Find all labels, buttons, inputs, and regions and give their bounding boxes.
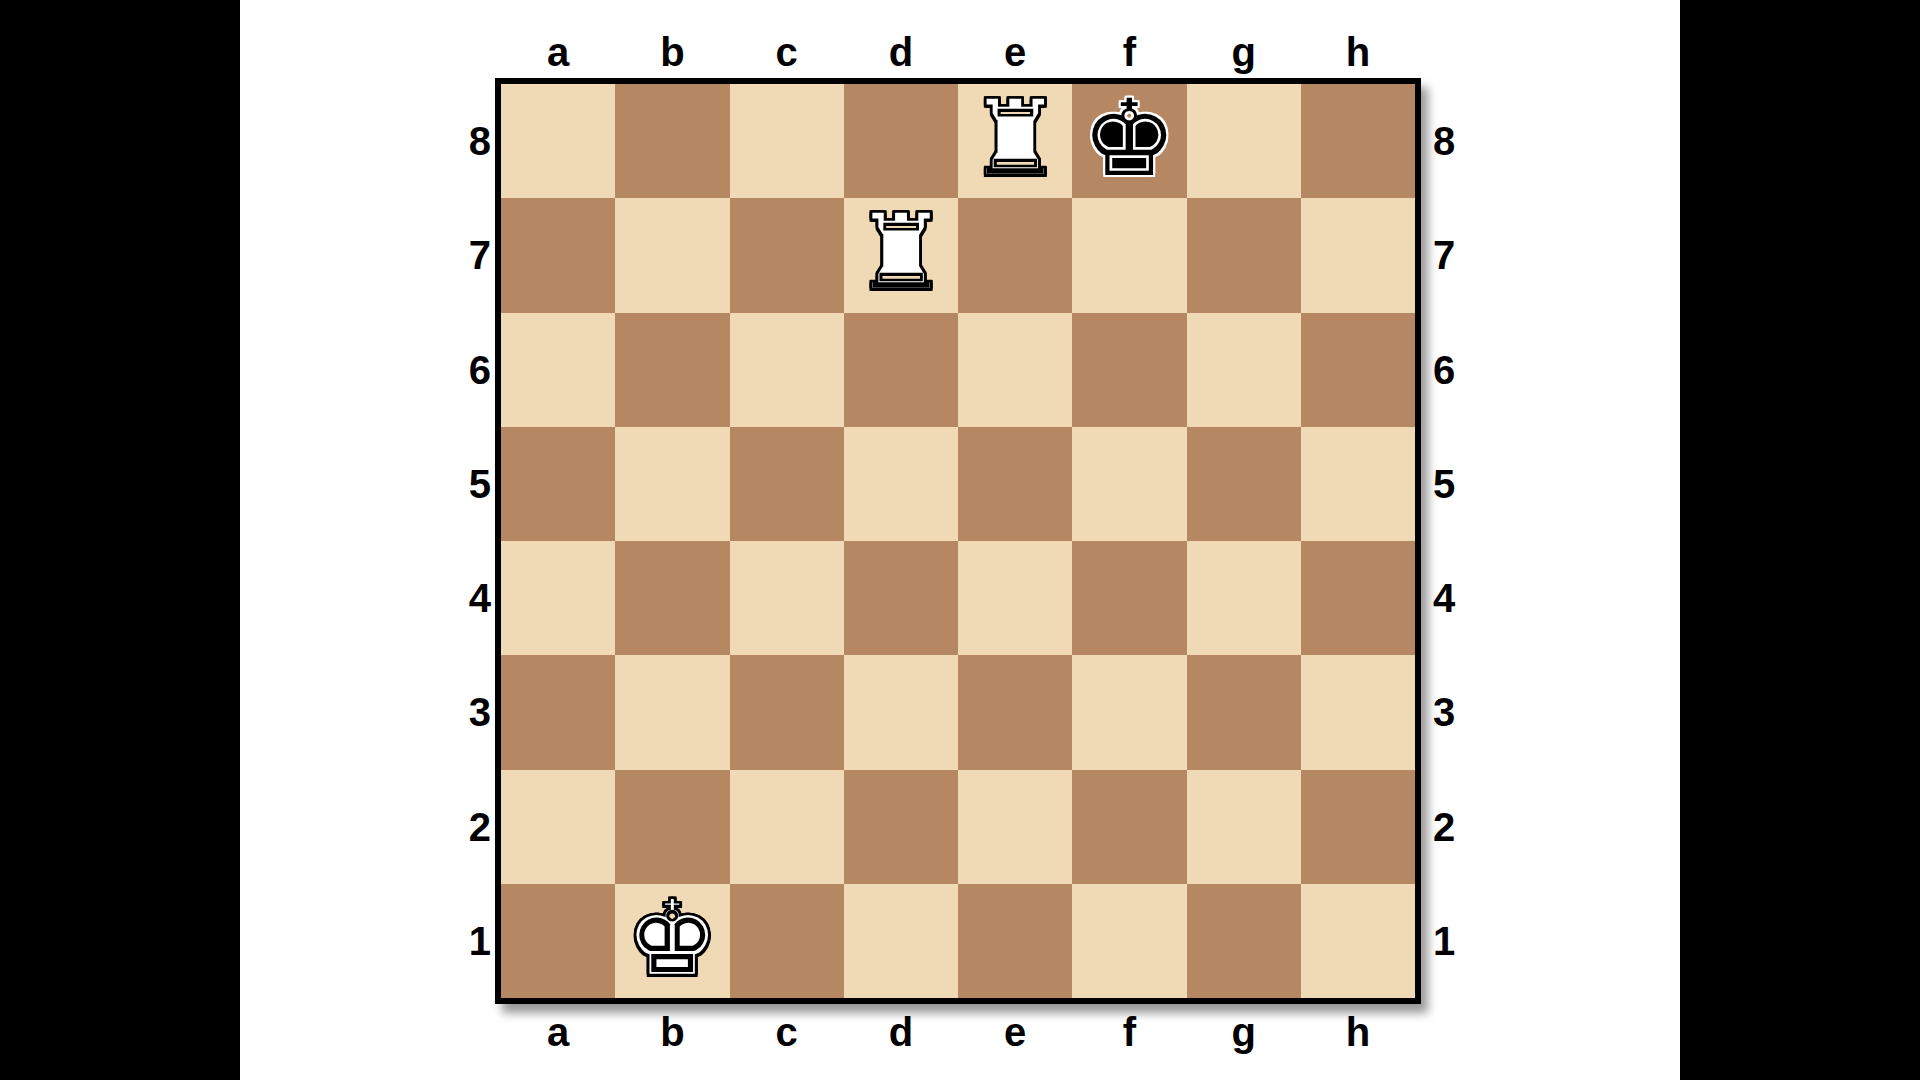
- square-e3[interactable]: [958, 655, 1072, 769]
- square-f7[interactable]: [1072, 198, 1186, 312]
- square-h7[interactable]: [1301, 198, 1415, 312]
- square-f5[interactable]: [1072, 427, 1186, 541]
- rank-label-right-3: 3: [1433, 692, 1504, 732]
- square-h3[interactable]: [1301, 655, 1415, 769]
- rank-label-right-4: 4: [1433, 578, 1504, 618]
- rank-label-left-1: 1: [420, 921, 491, 961]
- file-label-bottom-e: e: [958, 1012, 1072, 1052]
- square-h4[interactable]: [1301, 541, 1415, 655]
- square-h8[interactable]: [1301, 84, 1415, 198]
- square-f6[interactable]: [1072, 313, 1186, 427]
- square-c5[interactable]: [730, 427, 844, 541]
- square-e4[interactable]: [958, 541, 1072, 655]
- square-h6[interactable]: [1301, 313, 1415, 427]
- square-h2[interactable]: [1301, 770, 1415, 884]
- rank-label-left-2: 2: [420, 807, 491, 847]
- right-black-bar: [1680, 0, 1920, 1080]
- square-f8[interactable]: ♚: [1072, 84, 1186, 198]
- white-rook-d7[interactable]: ♜: [853, 200, 948, 306]
- rank-label-left-4: 4: [420, 578, 491, 618]
- file-label-top-a: a: [501, 32, 615, 72]
- rank-label-right-7: 7: [1433, 235, 1504, 275]
- square-b4[interactable]: [615, 541, 729, 655]
- square-d6[interactable]: [844, 313, 958, 427]
- white-king-b1[interactable]: ♚: [625, 886, 720, 992]
- rank-labels-left: 87654321: [420, 84, 491, 998]
- square-f3[interactable]: [1072, 655, 1186, 769]
- square-d8[interactable]: [844, 84, 958, 198]
- square-g8[interactable]: [1187, 84, 1301, 198]
- file-label-bottom-a: a: [501, 1012, 615, 1052]
- square-c7[interactable]: [730, 198, 844, 312]
- square-d1[interactable]: [844, 884, 958, 998]
- square-a5[interactable]: [501, 427, 615, 541]
- square-a7[interactable]: [501, 198, 615, 312]
- square-c4[interactable]: [730, 541, 844, 655]
- square-c2[interactable]: [730, 770, 844, 884]
- square-h5[interactable]: [1301, 427, 1415, 541]
- square-e6[interactable]: [958, 313, 1072, 427]
- square-e2[interactable]: [958, 770, 1072, 884]
- square-f2[interactable]: [1072, 770, 1186, 884]
- rank-label-left-7: 7: [420, 235, 491, 275]
- square-a4[interactable]: [501, 541, 615, 655]
- rank-label-right-1: 1: [1433, 921, 1504, 961]
- square-d7[interactable]: ♜: [844, 198, 958, 312]
- file-label-top-c: c: [730, 32, 844, 72]
- rank-label-right-8: 8: [1433, 121, 1504, 161]
- file-label-top-g: g: [1187, 32, 1301, 72]
- square-c6[interactable]: [730, 313, 844, 427]
- rank-labels-right: 87654321: [1433, 84, 1504, 998]
- file-label-bottom-c: c: [730, 1012, 844, 1052]
- square-b1[interactable]: ♚: [615, 884, 729, 998]
- rank-label-right-6: 6: [1433, 350, 1504, 390]
- rank-label-left-8: 8: [420, 121, 491, 161]
- file-label-bottom-g: g: [1187, 1012, 1301, 1052]
- square-g6[interactable]: [1187, 313, 1301, 427]
- square-e5[interactable]: [958, 427, 1072, 541]
- square-g3[interactable]: [1187, 655, 1301, 769]
- square-c1[interactable]: [730, 884, 844, 998]
- square-b5[interactable]: [615, 427, 729, 541]
- square-g1[interactable]: [1187, 884, 1301, 998]
- chess-board: ♜♚♜♚: [495, 78, 1421, 1004]
- square-c8[interactable]: [730, 84, 844, 198]
- square-a2[interactable]: [501, 770, 615, 884]
- screenshot-stage: abcdefgh abcdefgh 87654321 87654321 ♜♚♜♚: [0, 0, 1920, 1080]
- file-labels-top: abcdefgh: [501, 14, 1415, 72]
- white-rook-e8[interactable]: ♜: [968, 86, 1063, 192]
- square-a8[interactable]: [501, 84, 615, 198]
- file-label-bottom-d: d: [844, 1012, 958, 1052]
- rank-label-left-5: 5: [420, 464, 491, 504]
- square-e1[interactable]: [958, 884, 1072, 998]
- square-a6[interactable]: [501, 313, 615, 427]
- black-king-f8[interactable]: ♚: [1082, 86, 1177, 192]
- square-g5[interactable]: [1187, 427, 1301, 541]
- rank-label-right-5: 5: [1433, 464, 1504, 504]
- square-f1[interactable]: [1072, 884, 1186, 998]
- square-f4[interactable]: [1072, 541, 1186, 655]
- square-g7[interactable]: [1187, 198, 1301, 312]
- square-d4[interactable]: [844, 541, 958, 655]
- square-g2[interactable]: [1187, 770, 1301, 884]
- square-a3[interactable]: [501, 655, 615, 769]
- file-label-top-h: h: [1301, 32, 1415, 72]
- square-d5[interactable]: [844, 427, 958, 541]
- square-d3[interactable]: [844, 655, 958, 769]
- square-g4[interactable]: [1187, 541, 1301, 655]
- file-label-top-e: e: [958, 32, 1072, 72]
- file-label-bottom-f: f: [1072, 1012, 1186, 1052]
- square-b2[interactable]: [615, 770, 729, 884]
- square-b3[interactable]: [615, 655, 729, 769]
- rank-label-left-6: 6: [420, 350, 491, 390]
- square-d2[interactable]: [844, 770, 958, 884]
- square-e8[interactable]: ♜: [958, 84, 1072, 198]
- square-e7[interactable]: [958, 198, 1072, 312]
- rank-label-right-2: 2: [1433, 807, 1504, 847]
- left-black-bar: [0, 0, 240, 1080]
- file-label-top-d: d: [844, 32, 958, 72]
- file-label-top-f: f: [1072, 32, 1186, 72]
- square-a1[interactable]: [501, 884, 615, 998]
- file-labels-bottom: abcdefgh: [501, 1012, 1415, 1070]
- square-b8[interactable]: [615, 84, 729, 198]
- file-label-bottom-h: h: [1301, 1012, 1415, 1052]
- square-b7[interactable]: [615, 198, 729, 312]
- square-h1[interactable]: [1301, 884, 1415, 998]
- file-label-bottom-b: b: [615, 1012, 729, 1052]
- rank-label-left-3: 3: [420, 692, 491, 732]
- square-b6[interactable]: [615, 313, 729, 427]
- file-label-top-b: b: [615, 32, 729, 72]
- square-c3[interactable]: [730, 655, 844, 769]
